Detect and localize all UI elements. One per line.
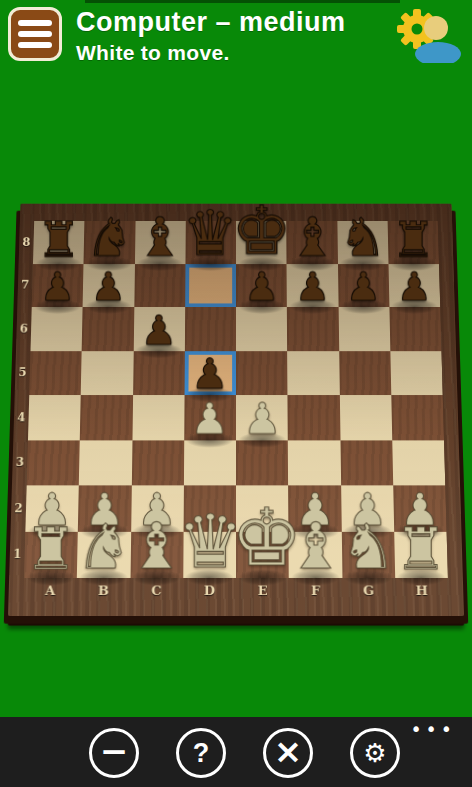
computer-player-icon — [396, 5, 462, 63]
chess-board: 87654321ABCDEFGH ♜♞♝♛♚♝♞♜♟♟♟♟♟♟♟♟♟♟♟♟♟♟♟… — [8, 204, 464, 616]
turn-status: White to move. — [76, 41, 230, 65]
menu-button[interactable] — [8, 7, 62, 61]
chess-app: Computer – medium White to move. — [0, 0, 472, 787]
minimize-icon: − — [100, 734, 129, 768]
minimize-button[interactable]: − — [89, 728, 139, 778]
pawn-glyph: ♟ — [78, 268, 139, 307]
titlebar-artifact — [85, 0, 400, 3]
page-title: Computer – medium — [76, 7, 346, 38]
pawn-glyph: ♟ — [128, 310, 190, 351]
settings-icon: ⚙ — [363, 740, 386, 766]
close-icon: × — [274, 734, 303, 768]
help-icon: ? — [193, 740, 210, 767]
rook-glyph: ♜ — [390, 520, 454, 578]
hamburger-icon — [18, 20, 52, 26]
rook-glyph: ♜ — [383, 215, 444, 264]
help-button[interactable]: ? — [176, 728, 226, 778]
pawn-glyph: ♟ — [231, 397, 294, 440]
pawn-glyph: ♟ — [384, 268, 445, 307]
pieces-layer: ♜♞♝♛♚♝♞♜♟♟♟♟♟♟♟♟♟♟♟♟♟♟♟♟♜♞♝♛♚♝♞♜ — [8, 204, 464, 616]
settings-button[interactable]: ⚙ — [350, 728, 400, 778]
pawn-glyph: ♟ — [179, 353, 241, 395]
close-button[interactable]: × — [263, 728, 313, 778]
app-bar-buttons: −?×⚙ — [89, 728, 400, 778]
more-button[interactable]: ••• — [410, 718, 456, 740]
app-bar: −?×⚙ ••• — [0, 717, 472, 787]
